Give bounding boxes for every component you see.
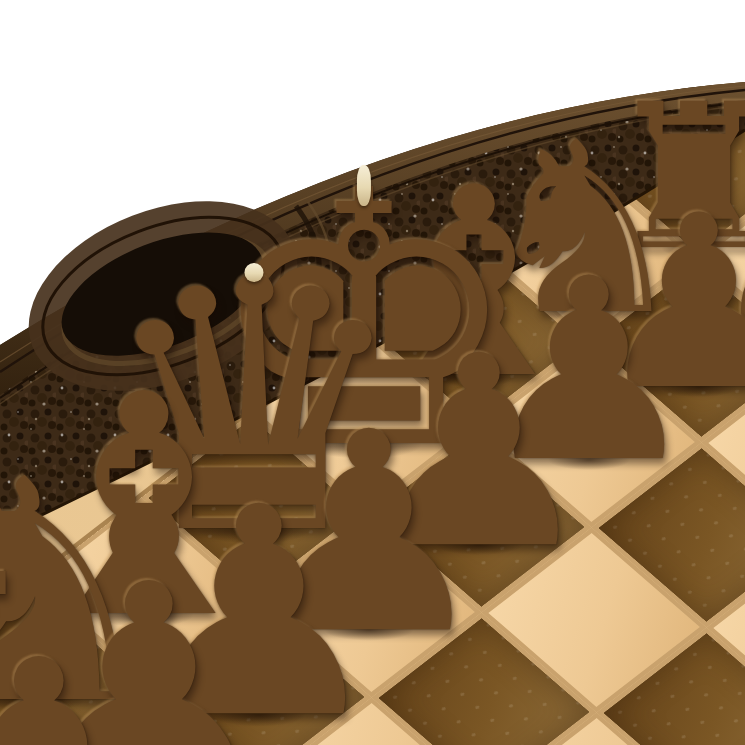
- cream-finial: [357, 165, 371, 206]
- chess-grid: [0, 73, 745, 745]
- scene: ♜♞♝♛♚♝♞♜♟♟♟♟♟♟♟♟: [0, 0, 745, 745]
- cream-finial: [244, 263, 263, 282]
- chess-board: [0, 0, 745, 745]
